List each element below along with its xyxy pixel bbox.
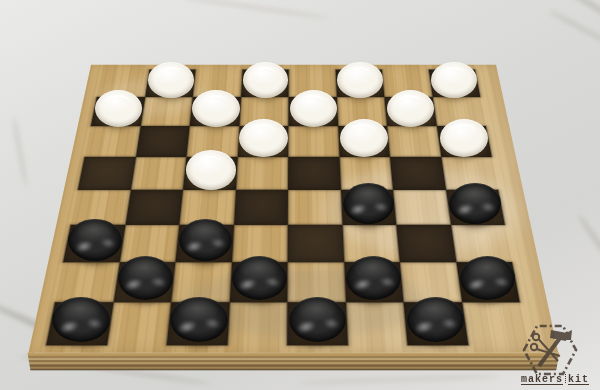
white-checker-r1c2[interactable] [148, 62, 194, 98]
black-checker-r7c8[interactable] [460, 256, 515, 300]
black-checker-r6c3[interactable] [179, 219, 233, 261]
white-checker-r3c6[interactable] [340, 119, 389, 157]
black-checker-r5c6[interactable] [343, 183, 395, 224]
black-checker-r8c7[interactable] [407, 297, 464, 342]
white-checker-r2c3[interactable] [192, 90, 239, 127]
black-checker-r6c1[interactable] [68, 219, 122, 261]
white-checker-r1c4[interactable] [243, 62, 289, 98]
makerskit-logo-hexagon [522, 320, 578, 380]
white-checker-r1c8[interactable] [431, 62, 477, 98]
white-checker-r3c4[interactable] [239, 119, 288, 157]
photo-stage: makerskit [0, 0, 600, 390]
white-checker-r1c6[interactable] [337, 62, 383, 98]
hammer-icon [539, 330, 572, 366]
white-checker-r2c1[interactable] [95, 90, 142, 127]
black-checker-r5c8[interactable] [449, 183, 501, 224]
brand-makers: makers [521, 374, 563, 385]
pieces-layer [0, 0, 600, 390]
black-checker-r8c5[interactable] [289, 297, 346, 342]
brand-separator [565, 374, 566, 383]
white-checker-r3c8[interactable] [440, 119, 489, 157]
white-checker-r2c5[interactable] [290, 90, 337, 127]
brand-kit: kit [568, 374, 589, 385]
black-checker-r8c3[interactable] [170, 297, 227, 342]
makerskit-wordmark: makerskit [512, 374, 598, 385]
black-checker-r7c2[interactable] [118, 256, 173, 300]
black-checker-r8c1[interactable] [52, 297, 109, 342]
white-checker-r2c7[interactable] [387, 90, 434, 127]
white-checker-r4c3[interactable] [186, 150, 236, 190]
black-checker-r7c4[interactable] [232, 256, 287, 300]
black-checker-r7c6[interactable] [346, 256, 401, 300]
